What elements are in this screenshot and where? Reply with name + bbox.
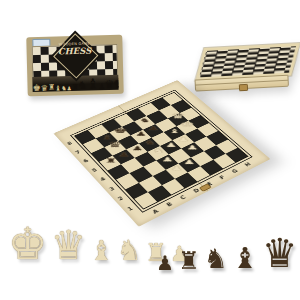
clasp-icon <box>238 84 247 91</box>
dark-bishop: ♝ <box>232 245 258 272</box>
rank-label-5: 5 <box>90 167 98 173</box>
packaging-box: WOODEN GAME CHESS ♚♛♜♝♞♟♜♞♝♟♛♚♜♞ <box>26 35 124 96</box>
rank-label-8: 8 <box>66 141 74 147</box>
box-silhouette-king-icon: ♚ <box>113 77 119 90</box>
rank-label-7: 7 <box>74 149 82 155</box>
dark-pieces-row: ♟♜♞♝♛♚ <box>156 176 300 272</box>
light-knight: ♞ <box>117 238 142 264</box>
product-photo-stage: WOODEN GAME CHESS ♚♛♜♝♞♟♜♞♝♟♛♚♜♞ 1234567… <box>0 0 300 300</box>
box-logo-text: WOODEN GAME CHESS <box>52 42 96 56</box>
file-label-h: H <box>243 161 252 167</box>
light-pieces-row: ♚♛♝♞♜♟ <box>4 176 160 264</box>
box-logo-main-text: CHESS <box>53 46 97 56</box>
rank-label-6: 6 <box>82 158 90 164</box>
light-queen: ♛ <box>50 227 86 264</box>
file-label-g: G <box>230 168 239 175</box>
dark-knight: ♞ <box>203 247 227 272</box>
box-cream-piece-king-icon: ♚ <box>32 84 40 92</box>
light-bishop: ♝ <box>89 239 113 264</box>
dark-rook: ♜ <box>178 250 200 272</box>
dark-pawn: ♟ <box>156 254 174 272</box>
dark-queen: ♛ <box>262 235 298 272</box>
light-king: ♚ <box>8 224 47 264</box>
closed-folded-board <box>189 43 299 95</box>
